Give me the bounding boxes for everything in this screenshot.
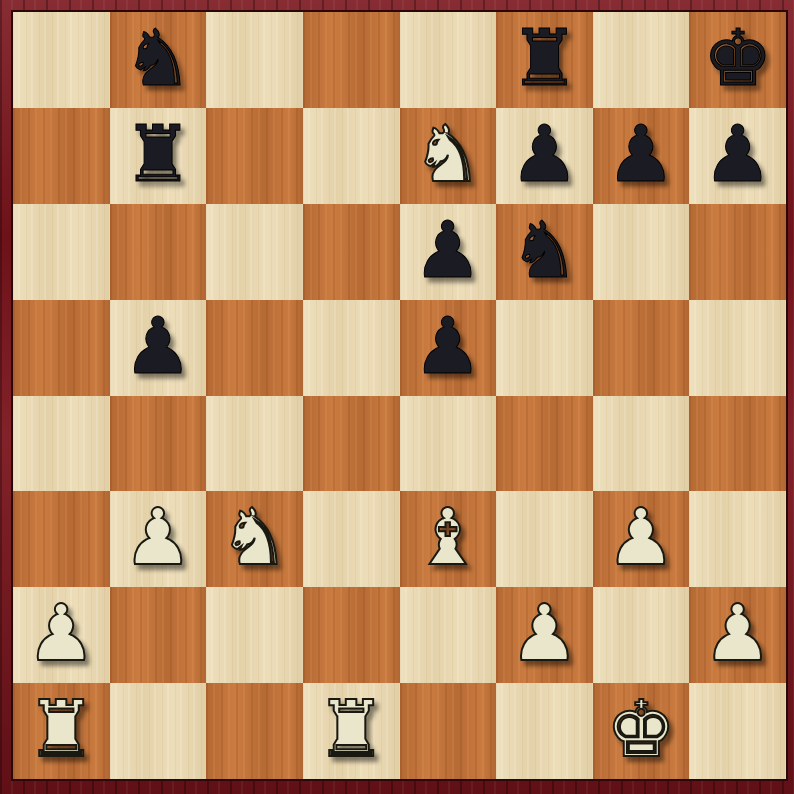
square-b6[interactable]: [110, 204, 207, 300]
square-e1[interactable]: [400, 683, 497, 779]
square-f2[interactable]: ♟: [496, 587, 593, 683]
square-e3[interactable]: ♝: [400, 491, 497, 587]
square-g1[interactable]: ♚: [593, 683, 690, 779]
piece-black-pawn[interactable]: ♟: [413, 211, 483, 289]
square-g6[interactable]: [593, 204, 690, 300]
square-e4[interactable]: [400, 396, 497, 492]
square-d8[interactable]: [303, 12, 400, 108]
piece-black-pawn[interactable]: ♟: [606, 115, 676, 193]
square-h1[interactable]: [689, 683, 786, 779]
piece-white-pawn[interactable]: ♟: [26, 594, 96, 672]
piece-white-pawn[interactable]: ♟: [606, 498, 676, 576]
chess-board: ♞♜♚♜♞♟♟♟♟♞♟♟♟♞♝♟♟♟♟♜♜♚: [11, 10, 788, 781]
square-f4[interactable]: [496, 396, 593, 492]
piece-white-bishop[interactable]: ♝: [413, 498, 483, 576]
square-g7[interactable]: ♟: [593, 108, 690, 204]
square-a6[interactable]: [13, 204, 110, 300]
square-f1[interactable]: [496, 683, 593, 779]
square-c3[interactable]: ♞: [206, 491, 303, 587]
square-g5[interactable]: [593, 300, 690, 396]
square-e8[interactable]: [400, 12, 497, 108]
piece-white-pawn[interactable]: ♟: [703, 594, 773, 672]
square-a1[interactable]: ♜: [13, 683, 110, 779]
square-d1[interactable]: ♜: [303, 683, 400, 779]
square-b8[interactable]: ♞: [110, 12, 207, 108]
square-g2[interactable]: [593, 587, 690, 683]
square-c5[interactable]: [206, 300, 303, 396]
square-a4[interactable]: [13, 396, 110, 492]
square-d7[interactable]: [303, 108, 400, 204]
piece-black-pawn[interactable]: ♟: [703, 115, 773, 193]
square-b3[interactable]: ♟: [110, 491, 207, 587]
square-d4[interactable]: [303, 396, 400, 492]
square-b2[interactable]: [110, 587, 207, 683]
piece-black-knight[interactable]: ♞: [509, 211, 579, 289]
piece-white-rook[interactable]: ♜: [316, 690, 386, 768]
piece-black-knight[interactable]: ♞: [123, 19, 193, 97]
square-b4[interactable]: [110, 396, 207, 492]
piece-white-rook[interactable]: ♜: [26, 690, 96, 768]
piece-white-king[interactable]: ♚: [606, 690, 676, 768]
square-f7[interactable]: ♟: [496, 108, 593, 204]
square-c4[interactable]: [206, 396, 303, 492]
square-b7[interactable]: ♜: [110, 108, 207, 204]
piece-black-pawn[interactable]: ♟: [509, 115, 579, 193]
square-d5[interactable]: [303, 300, 400, 396]
piece-black-king[interactable]: ♚: [703, 19, 773, 97]
square-a7[interactable]: [13, 108, 110, 204]
piece-black-pawn[interactable]: ♟: [123, 307, 193, 385]
square-h8[interactable]: ♚: [689, 12, 786, 108]
square-f3[interactable]: [496, 491, 593, 587]
square-d3[interactable]: [303, 491, 400, 587]
square-d6[interactable]: [303, 204, 400, 300]
piece-white-knight[interactable]: ♞: [220, 498, 290, 576]
square-g4[interactable]: [593, 396, 690, 492]
square-e5[interactable]: ♟: [400, 300, 497, 396]
board-frame: ♞♜♚♜♞♟♟♟♟♞♟♟♟♞♝♟♟♟♟♜♜♚: [0, 0, 794, 794]
square-a2[interactable]: ♟: [13, 587, 110, 683]
piece-black-rook[interactable]: ♜: [509, 19, 579, 97]
square-e2[interactable]: [400, 587, 497, 683]
square-h4[interactable]: [689, 396, 786, 492]
square-h5[interactable]: [689, 300, 786, 396]
square-f8[interactable]: ♜: [496, 12, 593, 108]
piece-black-pawn[interactable]: ♟: [413, 307, 483, 385]
square-g3[interactable]: ♟: [593, 491, 690, 587]
square-b5[interactable]: ♟: [110, 300, 207, 396]
piece-white-pawn[interactable]: ♟: [123, 498, 193, 576]
square-a3[interactable]: [13, 491, 110, 587]
square-h2[interactable]: ♟: [689, 587, 786, 683]
square-c8[interactable]: [206, 12, 303, 108]
square-h6[interactable]: [689, 204, 786, 300]
square-f6[interactable]: ♞: [496, 204, 593, 300]
square-c1[interactable]: [206, 683, 303, 779]
square-a5[interactable]: [13, 300, 110, 396]
square-c2[interactable]: [206, 587, 303, 683]
square-b1[interactable]: [110, 683, 207, 779]
square-a8[interactable]: [13, 12, 110, 108]
square-h7[interactable]: ♟: [689, 108, 786, 204]
square-h3[interactable]: [689, 491, 786, 587]
square-e7[interactable]: ♞: [400, 108, 497, 204]
square-d2[interactable]: [303, 587, 400, 683]
piece-black-rook[interactable]: ♜: [123, 115, 193, 193]
piece-white-pawn[interactable]: ♟: [509, 594, 579, 672]
square-g8[interactable]: [593, 12, 690, 108]
piece-white-knight[interactable]: ♞: [413, 115, 483, 193]
square-f5[interactable]: [496, 300, 593, 396]
square-e6[interactable]: ♟: [400, 204, 497, 300]
square-c7[interactable]: [206, 108, 303, 204]
square-c6[interactable]: [206, 204, 303, 300]
